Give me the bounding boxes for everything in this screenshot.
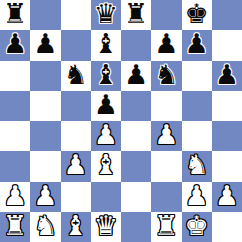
square-a8[interactable]: ♜ bbox=[0, 0, 30, 30]
square-d2[interactable] bbox=[91, 182, 121, 212]
piece-white-pawn[interactable]: ♟ bbox=[154, 121, 178, 150]
piece-white-pawn[interactable]: ♟ bbox=[185, 182, 209, 211]
square-d5[interactable]: ♟ bbox=[91, 91, 121, 121]
piece-black-knight[interactable]: ♞ bbox=[64, 61, 88, 90]
piece-white-pawn[interactable]: ♟ bbox=[94, 121, 118, 150]
square-h4[interactable] bbox=[212, 121, 242, 151]
square-d4[interactable]: ♟ bbox=[91, 121, 121, 151]
piece-white-knight[interactable]: ♞ bbox=[33, 212, 57, 241]
square-e8[interactable]: ♜ bbox=[121, 0, 151, 30]
square-b1[interactable]: ♞ bbox=[30, 212, 60, 242]
piece-black-pawn[interactable]: ♟ bbox=[124, 61, 148, 90]
square-f2[interactable] bbox=[151, 182, 181, 212]
piece-black-pawn[interactable]: ♟ bbox=[33, 30, 57, 59]
square-d7[interactable]: ♝ bbox=[91, 30, 121, 60]
square-g4[interactable] bbox=[182, 121, 212, 151]
square-c8[interactable] bbox=[61, 0, 91, 30]
piece-black-rook[interactable]: ♜ bbox=[124, 0, 148, 29]
square-b7[interactable]: ♟ bbox=[30, 30, 60, 60]
chess-board: ♜♛♜♚♟♟♝♟♟♞♝♟♞♟♟♟♟♟♝♞♟♟♟♟♜♞♝♛♜♚ bbox=[0, 0, 242, 242]
square-c7[interactable] bbox=[61, 30, 91, 60]
square-h2[interactable]: ♟ bbox=[212, 182, 242, 212]
piece-black-pawn[interactable]: ♟ bbox=[154, 30, 178, 59]
square-c4[interactable] bbox=[61, 121, 91, 151]
square-e6[interactable]: ♟ bbox=[121, 61, 151, 91]
square-d8[interactable]: ♛ bbox=[91, 0, 121, 30]
square-b6[interactable] bbox=[30, 61, 60, 91]
piece-black-pawn[interactable]: ♟ bbox=[215, 61, 239, 90]
square-b5[interactable] bbox=[30, 91, 60, 121]
square-f1[interactable]: ♜ bbox=[151, 212, 181, 242]
square-f5[interactable] bbox=[151, 91, 181, 121]
square-a3[interactable] bbox=[0, 151, 30, 181]
piece-black-queen[interactable]: ♛ bbox=[94, 0, 118, 29]
square-c5[interactable] bbox=[61, 91, 91, 121]
square-g1[interactable]: ♚ bbox=[182, 212, 212, 242]
square-d1[interactable]: ♛ bbox=[91, 212, 121, 242]
square-g3[interactable]: ♞ bbox=[182, 151, 212, 181]
square-e7[interactable] bbox=[121, 30, 151, 60]
square-a4[interactable] bbox=[0, 121, 30, 151]
piece-white-pawn[interactable]: ♟ bbox=[33, 182, 57, 211]
piece-white-pawn[interactable]: ♟ bbox=[3, 182, 27, 211]
piece-white-rook[interactable]: ♜ bbox=[3, 212, 27, 241]
square-g2[interactable]: ♟ bbox=[182, 182, 212, 212]
square-f7[interactable]: ♟ bbox=[151, 30, 181, 60]
piece-black-knight[interactable]: ♞ bbox=[154, 61, 178, 90]
piece-black-rook[interactable]: ♜ bbox=[3, 0, 27, 29]
square-h6[interactable]: ♟ bbox=[212, 61, 242, 91]
square-f4[interactable]: ♟ bbox=[151, 121, 181, 151]
piece-black-king[interactable]: ♚ bbox=[185, 0, 209, 29]
square-c6[interactable]: ♞ bbox=[61, 61, 91, 91]
piece-white-knight[interactable]: ♞ bbox=[185, 151, 209, 180]
square-g8[interactable]: ♚ bbox=[182, 0, 212, 30]
piece-white-bishop[interactable]: ♝ bbox=[64, 212, 88, 241]
square-g6[interactable] bbox=[182, 61, 212, 91]
square-b8[interactable] bbox=[30, 0, 60, 30]
square-b2[interactable]: ♟ bbox=[30, 182, 60, 212]
square-c1[interactable]: ♝ bbox=[61, 212, 91, 242]
square-f6[interactable]: ♞ bbox=[151, 61, 181, 91]
square-b3[interactable] bbox=[30, 151, 60, 181]
square-a7[interactable]: ♟ bbox=[0, 30, 30, 60]
square-a1[interactable]: ♜ bbox=[0, 212, 30, 242]
square-c3[interactable]: ♟ bbox=[61, 151, 91, 181]
piece-black-pawn[interactable]: ♟ bbox=[94, 91, 118, 120]
piece-black-bishop[interactable]: ♝ bbox=[94, 30, 118, 59]
piece-black-bishop[interactable]: ♝ bbox=[94, 61, 118, 90]
square-h7[interactable] bbox=[212, 30, 242, 60]
square-h8[interactable] bbox=[212, 0, 242, 30]
piece-white-pawn[interactable]: ♟ bbox=[215, 182, 239, 211]
square-c2[interactable] bbox=[61, 182, 91, 212]
square-g7[interactable]: ♟ bbox=[182, 30, 212, 60]
square-e1[interactable] bbox=[121, 212, 151, 242]
piece-white-rook[interactable]: ♜ bbox=[154, 212, 178, 241]
square-a5[interactable] bbox=[0, 91, 30, 121]
square-g5[interactable] bbox=[182, 91, 212, 121]
square-h5[interactable] bbox=[212, 91, 242, 121]
square-e3[interactable] bbox=[121, 151, 151, 181]
piece-white-king[interactable]: ♚ bbox=[185, 212, 209, 241]
square-d6[interactable]: ♝ bbox=[91, 61, 121, 91]
square-d3[interactable]: ♝ bbox=[91, 151, 121, 181]
square-a6[interactable] bbox=[0, 61, 30, 91]
square-f3[interactable] bbox=[151, 151, 181, 181]
square-b4[interactable] bbox=[30, 121, 60, 151]
square-e4[interactable] bbox=[121, 121, 151, 151]
square-f8[interactable] bbox=[151, 0, 181, 30]
square-h1[interactable] bbox=[212, 212, 242, 242]
square-h3[interactable] bbox=[212, 151, 242, 181]
piece-black-pawn[interactable]: ♟ bbox=[3, 30, 27, 59]
square-a2[interactable]: ♟ bbox=[0, 182, 30, 212]
piece-white-queen[interactable]: ♛ bbox=[94, 212, 118, 241]
piece-white-pawn[interactable]: ♟ bbox=[64, 151, 88, 180]
piece-white-bishop[interactable]: ♝ bbox=[94, 151, 118, 180]
square-e2[interactable] bbox=[121, 182, 151, 212]
piece-black-pawn[interactable]: ♟ bbox=[185, 30, 209, 59]
square-e5[interactable] bbox=[121, 91, 151, 121]
